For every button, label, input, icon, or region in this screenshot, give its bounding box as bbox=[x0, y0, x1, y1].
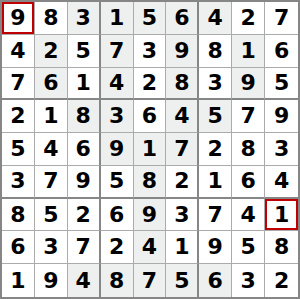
cell-r9c9[interactable]: 2 bbox=[265, 264, 298, 297]
cell-r6c3[interactable]: 9 bbox=[68, 166, 101, 199]
cell-r3c9[interactable]: 5 bbox=[265, 68, 298, 101]
cell-r4c1[interactable]: 2 bbox=[2, 100, 35, 133]
cell-r5c3[interactable]: 6 bbox=[68, 133, 101, 166]
cell-r6c8[interactable]: 6 bbox=[232, 166, 265, 199]
cell-r9c6[interactable]: 5 bbox=[166, 264, 199, 297]
cell-r7c3[interactable]: 2 bbox=[68, 199, 101, 232]
cell-r4c8[interactable]: 7 bbox=[232, 100, 265, 133]
cell-r1c4[interactable]: 1 bbox=[101, 2, 134, 35]
cell-r1c9[interactable]: 7 bbox=[265, 2, 298, 35]
cell-r1c1[interactable]: 9 bbox=[2, 2, 35, 35]
cell-r2c9[interactable]: 6 bbox=[265, 35, 298, 68]
cell-r7c2[interactable]: 5 bbox=[35, 199, 68, 232]
cell-r7c6[interactable]: 3 bbox=[166, 199, 199, 232]
cell-r3c1[interactable]: 7 bbox=[2, 68, 35, 101]
cell-r1c3[interactable]: 3 bbox=[68, 2, 101, 35]
cell-r8c1[interactable]: 6 bbox=[2, 231, 35, 264]
cell-r1c8[interactable]: 2 bbox=[232, 2, 265, 35]
cell-r7c4[interactable]: 6 bbox=[101, 199, 134, 232]
cell-r3c4[interactable]: 4 bbox=[101, 68, 134, 101]
cell-r2c6[interactable]: 9 bbox=[166, 35, 199, 68]
cell-r5c6[interactable]: 7 bbox=[166, 133, 199, 166]
cell-r5c5[interactable]: 1 bbox=[134, 133, 167, 166]
cell-r3c6[interactable]: 8 bbox=[166, 68, 199, 101]
cell-r2c3[interactable]: 5 bbox=[68, 35, 101, 68]
cell-r8c8[interactable]: 5 bbox=[232, 231, 265, 264]
cell-r4c6[interactable]: 4 bbox=[166, 100, 199, 133]
cell-r9c1[interactable]: 1 bbox=[2, 264, 35, 297]
cell-r2c4[interactable]: 7 bbox=[101, 35, 134, 68]
sudoku-board: 9831564274257398167614283952183645795469… bbox=[0, 0, 300, 299]
cell-r5c2[interactable]: 4 bbox=[35, 133, 68, 166]
cell-r9c5[interactable]: 7 bbox=[134, 264, 167, 297]
cell-r4c5[interactable]: 6 bbox=[134, 100, 167, 133]
cell-r6c1[interactable]: 3 bbox=[2, 166, 35, 199]
cell-r8c4[interactable]: 2 bbox=[101, 231, 134, 264]
cell-r8c7[interactable]: 9 bbox=[199, 231, 232, 264]
cell-r3c5[interactable]: 2 bbox=[134, 68, 167, 101]
cell-r2c5[interactable]: 3 bbox=[134, 35, 167, 68]
cell-r4c9[interactable]: 9 bbox=[265, 100, 298, 133]
cell-r6c2[interactable]: 7 bbox=[35, 166, 68, 199]
cell-r6c6[interactable]: 2 bbox=[166, 166, 199, 199]
cell-r6c9[interactable]: 4 bbox=[265, 166, 298, 199]
cell-r9c2[interactable]: 9 bbox=[35, 264, 68, 297]
cell-r5c9[interactable]: 3 bbox=[265, 133, 298, 166]
cell-r7c1[interactable]: 8 bbox=[2, 199, 35, 232]
cell-r2c2[interactable]: 2 bbox=[35, 35, 68, 68]
cell-r9c8[interactable]: 3 bbox=[232, 264, 265, 297]
cell-r4c3[interactable]: 8 bbox=[68, 100, 101, 133]
cell-r9c4[interactable]: 8 bbox=[101, 264, 134, 297]
cell-r6c7[interactable]: 1 bbox=[199, 166, 232, 199]
cell-r4c4[interactable]: 3 bbox=[101, 100, 134, 133]
cell-r1c2[interactable]: 8 bbox=[35, 2, 68, 35]
cell-r5c8[interactable]: 8 bbox=[232, 133, 265, 166]
cell-r8c5[interactable]: 4 bbox=[134, 231, 167, 264]
cell-r9c7[interactable]: 6 bbox=[199, 264, 232, 297]
cell-r7c5[interactable]: 9 bbox=[134, 199, 167, 232]
cell-r3c7[interactable]: 3 bbox=[199, 68, 232, 101]
cell-r5c1[interactable]: 5 bbox=[2, 133, 35, 166]
cell-r7c8[interactable]: 4 bbox=[232, 199, 265, 232]
cell-r4c2[interactable]: 1 bbox=[35, 100, 68, 133]
cell-r3c2[interactable]: 6 bbox=[35, 68, 68, 101]
cell-r9c3[interactable]: 4 bbox=[68, 264, 101, 297]
cell-r2c1[interactable]: 4 bbox=[2, 35, 35, 68]
cell-r3c8[interactable]: 9 bbox=[232, 68, 265, 101]
cell-r3c3[interactable]: 1 bbox=[68, 68, 101, 101]
cell-r7c7[interactable]: 7 bbox=[199, 199, 232, 232]
cell-r5c4[interactable]: 9 bbox=[101, 133, 134, 166]
cell-r6c4[interactable]: 5 bbox=[101, 166, 134, 199]
cell-r1c7[interactable]: 4 bbox=[199, 2, 232, 35]
cell-r2c7[interactable]: 8 bbox=[199, 35, 232, 68]
cell-r8c6[interactable]: 1 bbox=[166, 231, 199, 264]
cell-r7c9[interactable]: 1 bbox=[265, 199, 298, 232]
cell-r6c5[interactable]: 8 bbox=[134, 166, 167, 199]
cell-r4c7[interactable]: 5 bbox=[199, 100, 232, 133]
cell-r1c6[interactable]: 6 bbox=[166, 2, 199, 35]
cell-r1c5[interactable]: 5 bbox=[134, 2, 167, 35]
cell-r8c3[interactable]: 7 bbox=[68, 231, 101, 264]
cell-r5c7[interactable]: 2 bbox=[199, 133, 232, 166]
cell-r8c2[interactable]: 3 bbox=[35, 231, 68, 264]
cell-r8c9[interactable]: 8 bbox=[265, 231, 298, 264]
cell-r2c8[interactable]: 1 bbox=[232, 35, 265, 68]
